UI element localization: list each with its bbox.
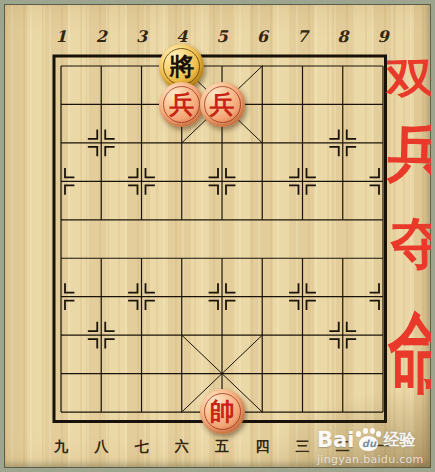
file-label-bottom: 六 <box>175 438 189 456</box>
red-soldier-left-piece[interactable]: 兵 <box>159 82 204 127</box>
file-label-bottom: 四 <box>255 438 269 456</box>
baidu-jingyan-logo: Bai du 经验 <box>317 428 424 452</box>
file-label-top: 9 <box>377 27 388 46</box>
piece-glyph: 兵 <box>210 92 235 117</box>
file-label-bottom: 三 <box>296 438 310 456</box>
xiangqi-puzzle-diagram: 123456789 九八七六五四三二一 將兵兵帥 双兵夺命 Bai du 经验 … <box>0 0 435 472</box>
xiangqi-board[interactable]: 將兵兵帥 <box>41 47 403 431</box>
file-label-bottom: 九 <box>54 438 68 456</box>
file-label-top: 1 <box>55 27 66 46</box>
red-soldier-right-piece[interactable]: 兵 <box>200 82 245 127</box>
file-labels-top: 123456789 <box>41 27 403 46</box>
file-label-top: 3 <box>136 27 147 46</box>
file-label-top: 5 <box>216 27 227 46</box>
baidu-paw-icon: du <box>355 428 382 452</box>
baidu-paw-du: du <box>362 438 376 449</box>
file-label-bottom: 五 <box>215 438 229 456</box>
jingyan-logo-text: 经验 <box>383 430 415 451</box>
red-general-piece[interactable]: 帥 <box>200 389 245 434</box>
file-label-top: 8 <box>337 27 348 46</box>
watermark-url: jingyan.baidu.com <box>317 453 424 466</box>
file-label-top: 6 <box>257 27 268 46</box>
file-label-bottom: 七 <box>135 438 149 456</box>
file-label-top: 2 <box>96 27 107 46</box>
piece-glyph: 將 <box>169 54 194 79</box>
file-label-bottom: 八 <box>94 438 108 456</box>
baidu-jingyan-watermark: Bai du 经验 jingyan.baidu.com <box>317 428 424 466</box>
file-label-top: 7 <box>297 27 308 46</box>
piece-glyph: 兵 <box>169 92 194 117</box>
piece-glyph: 帥 <box>210 399 235 424</box>
baidu-logo-text: Bai <box>317 428 354 452</box>
